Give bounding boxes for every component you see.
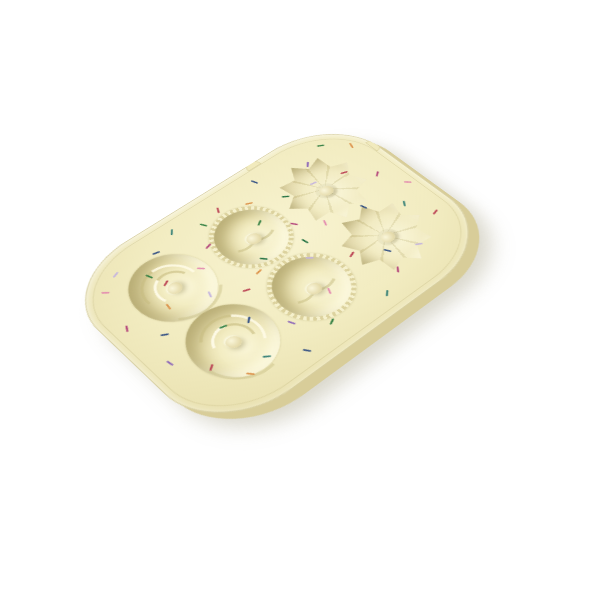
- sprinkle: [251, 180, 259, 184]
- edge-tab: [365, 139, 383, 152]
- sprinkle: [199, 223, 207, 226]
- sprinkle: [376, 171, 380, 177]
- sprinkle: [404, 181, 412, 183]
- fluted-center-post: [317, 185, 336, 198]
- sprinkle: [301, 239, 309, 244]
- edge-tab: [242, 159, 261, 172]
- sprinkle: [101, 292, 109, 294]
- sprinkle: [160, 333, 169, 336]
- sprinkle: [287, 321, 296, 325]
- sprinkle: [166, 360, 174, 366]
- sprinkle: [433, 209, 439, 215]
- silicone-mold-tray: [52, 113, 502, 444]
- sprinkle: [386, 290, 389, 296]
- tray-top-surface: [52, 113, 502, 444]
- sprinkle: [245, 202, 253, 205]
- sprinkle: [256, 269, 263, 275]
- sprinkle: [152, 251, 160, 255]
- sprinkle: [349, 251, 355, 257]
- sprinkle: [403, 201, 407, 207]
- sprinkle: [396, 266, 399, 272]
- sprinkle: [125, 325, 129, 332]
- sprinkle: [317, 144, 325, 147]
- fluted-center-post: [379, 230, 398, 244]
- sprinkle: [323, 220, 328, 226]
- sprinkle: [216, 207, 220, 213]
- sprinkle: [242, 288, 250, 292]
- product-photo-canvas: [0, 0, 601, 601]
- sprinkle: [282, 196, 290, 198]
- sprinkle: [303, 349, 312, 352]
- sprinkle: [171, 229, 173, 235]
- sprinkle: [307, 162, 310, 167]
- sprinkle: [415, 243, 423, 246]
- sprinkle: [349, 143, 354, 148]
- sprinkle: [329, 318, 334, 325]
- cavity-group: [52, 113, 333, 287]
- sprinkle: [113, 272, 119, 278]
